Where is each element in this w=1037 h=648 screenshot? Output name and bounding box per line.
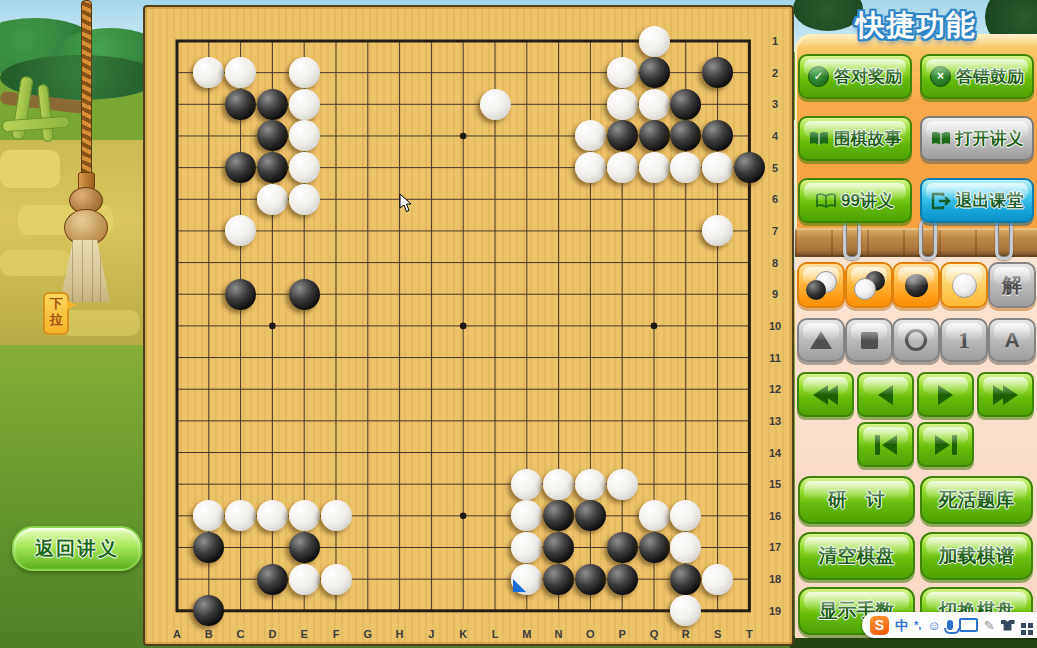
quick-panel-title: 快捷功能	[795, 6, 1037, 46]
toolbox-icon[interactable]	[1021, 623, 1026, 628]
stone-white-P5	[607, 152, 638, 183]
rewind-icon	[823, 385, 838, 405]
stone-white-P15	[607, 469, 638, 500]
stone-black-P17	[607, 532, 638, 563]
row-label-17: 17	[762, 541, 788, 553]
mark-white-black-button[interactable]	[845, 262, 893, 308]
pull-tag-char: 拉	[45, 312, 67, 328]
book-icon	[809, 131, 829, 147]
bamboo-stalk	[2, 116, 71, 133]
fast-forward-icon	[1003, 385, 1018, 405]
step-back-icon	[878, 385, 893, 405]
column-label-E: E	[301, 628, 308, 640]
button-label: 死活题库	[939, 487, 1015, 513]
white-black-pair-icon	[854, 271, 885, 300]
stone-black-O18	[575, 564, 606, 595]
row-label-5: 5	[762, 162, 788, 174]
stone-black-R3	[670, 89, 701, 120]
go-board[interactable]: ABCDEFGHJKLMNOPQRST 12345678910111213141…	[143, 5, 794, 646]
stone-black-C5	[225, 152, 256, 183]
row-label-13: 13	[762, 415, 788, 427]
solve-button[interactable]: 解	[988, 262, 1036, 308]
row-label-11: 11	[762, 352, 788, 364]
to-start-icon	[875, 435, 880, 455]
stone-white-S5	[702, 152, 733, 183]
button-label: 围棋故事	[834, 127, 902, 150]
stone-black-N17	[543, 532, 574, 563]
row-label-8: 8	[762, 257, 788, 269]
stone-white-E16	[289, 500, 320, 531]
check-circle-icon: ✓	[808, 66, 829, 87]
binder-ring	[995, 218, 1013, 260]
marker-circle-button[interactable]	[892, 318, 940, 362]
skin-icon[interactable]	[1001, 620, 1015, 631]
place-white-button[interactable]	[940, 262, 988, 308]
column-label-L: L	[492, 628, 499, 640]
stone-white-Q16	[639, 500, 670, 531]
number-1-icon: 1	[958, 327, 970, 354]
stone-white-D6	[257, 184, 288, 215]
marker-number-button[interactable]: 1	[940, 318, 988, 362]
button-label: 答对奖励	[834, 65, 902, 88]
column-label-N: N	[555, 628, 563, 640]
column-label-Q: Q	[650, 628, 659, 640]
column-label-H: H	[396, 628, 404, 640]
stone-white-E5	[289, 152, 320, 183]
stone-white-M18	[511, 564, 542, 595]
button-label: 打开讲义	[956, 127, 1024, 150]
column-label-B: B	[205, 628, 213, 640]
stone-black-Q4	[639, 120, 670, 151]
stone-black-O16	[575, 500, 606, 531]
last-move-marker	[513, 579, 526, 592]
stone-white-F16	[321, 500, 352, 531]
handwriting-icon[interactable]: ✎	[984, 618, 995, 633]
column-label-F: F	[333, 628, 340, 640]
mark-black-white-button[interactable]	[797, 262, 845, 308]
white-stone-icon	[952, 273, 977, 298]
stone-white-E6	[289, 184, 320, 215]
to-end-button[interactable]	[917, 422, 974, 467]
punctuation-icon[interactable]: *,	[914, 620, 921, 631]
stone-white-M15	[511, 469, 542, 500]
open-lecture-button[interactable]: 打开讲义	[920, 116, 1034, 161]
row-label-7: 7	[762, 225, 788, 237]
column-label-R: R	[682, 628, 690, 640]
exit-icon	[931, 192, 951, 210]
row-label-15: 15	[762, 478, 788, 490]
row-label-4: 4	[762, 130, 788, 142]
stone-white-E3	[289, 89, 320, 120]
to-start-button[interactable]	[857, 422, 914, 467]
circle-icon	[905, 329, 927, 351]
rewind-button[interactable]	[797, 372, 854, 417]
stone-white-E4	[289, 120, 320, 151]
load-kifu-button[interactable]: 加载棋谱	[920, 532, 1033, 580]
discussion-button[interactable]: 研 讨	[798, 476, 915, 524]
stone-white-O15	[575, 469, 606, 500]
pull-tag-char: 下	[45, 296, 67, 312]
stone-black-N18	[543, 564, 574, 595]
life-death-library-button[interactable]: 死活题库	[920, 476, 1033, 524]
keyboard-icon[interactable]	[959, 618, 978, 632]
step-forward-button[interactable]	[917, 372, 974, 417]
x-circle-icon: ×	[930, 66, 951, 87]
place-black-button[interactable]	[892, 262, 940, 308]
stone-black-E17	[289, 532, 320, 563]
exit-class-button[interactable]: 退出课堂	[920, 178, 1034, 223]
fast-forward-button[interactable]	[977, 372, 1034, 417]
column-label-S: S	[714, 628, 721, 640]
column-label-A: A	[173, 628, 181, 640]
stone-white-S18	[702, 564, 733, 595]
encourage-wrong-button[interactable]: × 答错鼓励	[920, 54, 1034, 99]
rock	[0, 150, 60, 188]
stone-black-P4	[607, 120, 638, 151]
rock	[60, 310, 140, 336]
binder-ring	[919, 218, 937, 260]
column-label-C: C	[237, 628, 245, 640]
button-label: 99讲义	[841, 189, 894, 212]
stone-white-Q1	[639, 26, 670, 57]
mouse-cursor	[399, 193, 413, 213]
row-label-14: 14	[762, 447, 788, 459]
button-label: 清空棋盘	[819, 543, 895, 569]
stone-white-L3	[480, 89, 511, 120]
lecture-99-button[interactable]: 99讲义	[798, 178, 912, 223]
marker-triangle-button[interactable]	[797, 318, 845, 362]
stone-white-N15	[543, 469, 574, 500]
step-forward-icon	[938, 385, 953, 405]
sogou-logo-icon[interactable]: S	[870, 616, 889, 635]
row-label-3: 3	[762, 98, 788, 110]
to-end-icon	[952, 435, 957, 455]
to-end-icon	[935, 435, 950, 455]
black-stone-icon	[905, 274, 928, 297]
chinese-mode-icon[interactable]: 中	[895, 619, 908, 632]
stone-black-E9	[289, 279, 320, 310]
stone-black-C9	[225, 279, 256, 310]
stone-black-D5	[257, 152, 288, 183]
column-label-P: P	[619, 628, 626, 640]
stone-white-F18	[321, 564, 352, 595]
pull-down-tag[interactable]: 下 拉	[43, 292, 69, 335]
back-to-lecture-button[interactable]: 返回讲义	[12, 526, 142, 571]
row-label-2: 2	[762, 67, 788, 79]
stone-black-Q17	[639, 532, 670, 563]
column-label-T: T	[746, 628, 753, 640]
row-label-12: 12	[762, 383, 788, 395]
stone-white-O5	[575, 152, 606, 183]
to-start-icon	[882, 435, 897, 455]
stone-black-D18	[257, 564, 288, 595]
black-white-pair-icon	[806, 271, 837, 300]
stone-black-Q2	[639, 57, 670, 88]
button-label: 加载棋谱	[939, 543, 1015, 569]
column-label-M: M	[522, 628, 531, 640]
stone-black-P18	[607, 564, 638, 595]
go-story-button[interactable]: 围棋故事	[798, 116, 912, 161]
row-label-16: 16	[762, 510, 788, 522]
solve-label: 解	[1002, 272, 1022, 299]
column-label-K: K	[459, 628, 467, 640]
stone-white-E2	[289, 57, 320, 88]
column-label-J: J	[428, 628, 434, 640]
column-label-O: O	[586, 628, 595, 640]
stone-white-Q5	[639, 152, 670, 183]
row-label-18: 18	[762, 573, 788, 585]
marker-square-button[interactable]	[845, 318, 893, 362]
microphone-icon[interactable]	[947, 620, 953, 630]
stone-white-D16	[257, 500, 288, 531]
reward-correct-button[interactable]: ✓ 答对奖励	[798, 54, 912, 99]
button-label: 答错鼓励	[956, 65, 1024, 88]
stone-white-P2	[607, 57, 638, 88]
stone-white-P3	[607, 89, 638, 120]
stone-white-Q3	[639, 89, 670, 120]
ime-toolbar[interactable]: S 中 *, ☺ ✎	[862, 612, 1037, 638]
stone-white-E18	[289, 564, 320, 595]
stone-black-R18	[670, 564, 701, 595]
marker-letter-button[interactable]: A	[988, 318, 1036, 362]
square-icon	[861, 332, 878, 349]
letter-A-icon: A	[1004, 328, 1019, 352]
step-back-button[interactable]	[857, 372, 914, 417]
row-label-6: 6	[762, 193, 788, 205]
column-label-D: D	[268, 628, 276, 640]
stone-black-T5	[734, 152, 765, 183]
row-label-19: 19	[762, 605, 788, 617]
tool-panel	[795, 253, 1037, 638]
button-label: 退出课堂	[956, 189, 1024, 212]
row-label-1: 1	[762, 35, 788, 47]
row-label-10: 10	[762, 320, 788, 332]
binder-ring	[843, 218, 861, 260]
rock	[0, 250, 70, 276]
column-label-G: G	[364, 628, 373, 640]
clear-board-button[interactable]: 清空棋盘	[798, 532, 915, 580]
hanging-rope	[81, 0, 92, 178]
triangle-icon	[810, 331, 832, 349]
book-open-icon	[816, 193, 836, 209]
emoji-icon[interactable]: ☺	[927, 619, 940, 632]
row-label-9: 9	[762, 288, 788, 300]
stone-black-C3	[225, 89, 256, 120]
stone-black-D3	[257, 89, 288, 120]
button-label: 研 讨	[828, 487, 885, 513]
book-icon	[931, 131, 951, 147]
